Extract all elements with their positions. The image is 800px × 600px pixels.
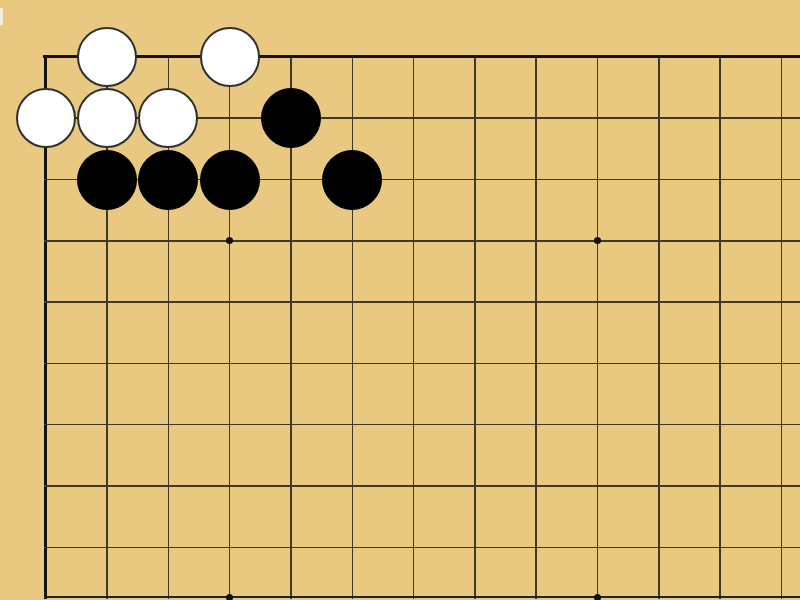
grid-line-horizontal-bottom: [44, 596, 800, 598]
black-stone-C17: [138, 150, 198, 210]
grid-line-vertical: [781, 55, 783, 599]
grid-line-vertical: [474, 55, 476, 599]
screen-edge-artifact: [0, 8, 3, 25]
grid-line-vertical: [597, 55, 599, 599]
grid-line-vertical: [352, 55, 354, 599]
grid-line-vertical: [229, 55, 231, 599]
grid-line-horizontal: [44, 301, 800, 303]
white-stone-C18: [138, 88, 198, 148]
white-stone-A18: [16, 88, 76, 148]
go-diagram: [0, 0, 800, 600]
white-stone-B19: [77, 27, 137, 87]
black-stone-E18: [261, 88, 321, 148]
star-point: [226, 237, 233, 244]
black-stone-F17: [322, 150, 382, 210]
grid-line-vertical: [413, 55, 415, 599]
board[interactable]: [0, 0, 800, 600]
grid-line-horizontal: [44, 485, 800, 487]
star-point: [226, 594, 233, 600]
black-stone-D17: [200, 150, 260, 210]
grid-line-vertical: [535, 55, 537, 599]
grid-line-horizontal: [44, 240, 800, 242]
star-point: [594, 237, 601, 244]
grid-line-vertical: [658, 55, 660, 599]
white-stone-B18: [77, 88, 137, 148]
white-stone-D19: [200, 27, 260, 87]
grid-line-horizontal: [44, 363, 800, 365]
grid-line-horizontal: [43, 55, 800, 58]
black-stone-B17: [77, 150, 137, 210]
star-point: [594, 594, 601, 600]
grid-line-horizontal: [44, 547, 800, 549]
grid-line-horizontal: [44, 424, 800, 426]
grid-line-vertical: [719, 55, 721, 599]
